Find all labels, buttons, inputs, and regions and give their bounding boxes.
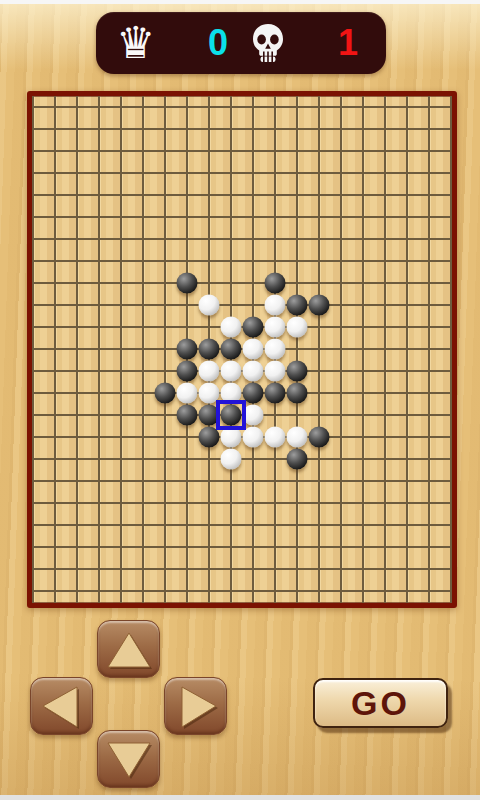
black-stone [287,383,308,404]
black-stone [155,383,176,404]
triangle-left-icon [43,687,77,727]
dpad-down-button[interactable] [97,730,160,788]
black-stone [265,383,286,404]
triangle-down-icon [108,743,150,777]
black-stone [177,339,198,360]
black-stone [287,449,308,470]
black-stone [221,339,242,360]
triangle-right-icon [182,687,216,727]
dpad-up-button[interactable] [97,620,160,678]
scoreboard: ♛ 0 1 [96,12,386,74]
white-stone [199,295,220,316]
triangle-up-icon [108,633,150,667]
black-stone [177,405,198,426]
black-stone [199,339,220,360]
black-stone [265,273,286,294]
black-stone [243,317,264,338]
black-stone [287,361,308,382]
screen-bottom-strip [0,795,480,800]
white-stone [265,339,286,360]
white-stone [177,383,198,404]
white-stone [265,295,286,316]
go-button[interactable]: GO [313,678,448,728]
black-stone [309,427,330,448]
dpad-right-button[interactable] [164,677,227,735]
white-stone [221,361,242,382]
white-stone [287,427,308,448]
white-stone [265,317,286,338]
white-stone [243,361,264,382]
white-stone [287,317,308,338]
white-stone [265,361,286,382]
white-stone [221,449,242,470]
screen-top-strip [0,0,480,4]
white-stone [199,361,220,382]
game-board[interactable] [27,91,457,608]
black-stone [287,295,308,316]
white-stone [221,317,242,338]
black-stone [177,273,198,294]
queen-crown-icon: ♛ [116,13,155,73]
skull-icon [250,23,286,63]
white-stone [265,427,286,448]
black-stone [309,295,330,316]
white-stone [243,339,264,360]
stones-layer [32,106,452,592]
ai-score: 1 [338,12,359,74]
black-stone [177,361,198,382]
dpad-left-button[interactable] [30,677,93,735]
selection-cursor [216,400,246,430]
player-score: 0 [208,12,229,74]
